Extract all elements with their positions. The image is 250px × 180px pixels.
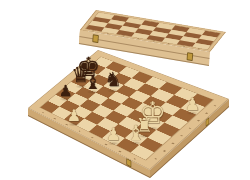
screw-dot [133,158,136,160]
screw-dot [198,48,200,49]
screw-dot [119,150,122,152]
screw-dot [154,158,157,160]
screw-dot [107,33,109,34]
screw-dot [105,143,108,145]
board-surface [28,50,229,170]
screw-dot [171,142,174,144]
screw-dot [180,135,183,137]
box-clasp-icon [92,34,99,43]
screw-dot [168,43,170,44]
screw-dot [91,137,94,139]
screw-dot [163,150,166,152]
screw-dot [92,30,94,31]
screw-dot [54,118,57,120]
screw-dot [188,127,191,129]
screw-dot [183,46,185,47]
screw-dot [152,40,154,41]
screw-dot [66,124,69,126]
screw-dot [213,105,216,107]
screw-dot [137,38,139,39]
box-clasp-icon [187,52,194,61]
screw-dot [78,130,81,132]
screw-dot [42,112,45,114]
screw-dot [196,120,199,122]
screw-dot [122,35,124,36]
screw-dot [205,112,208,114]
product-photo-chess-set: ♚♛♝♞♟♚♜♝♟♟♟ [0,0,250,180]
